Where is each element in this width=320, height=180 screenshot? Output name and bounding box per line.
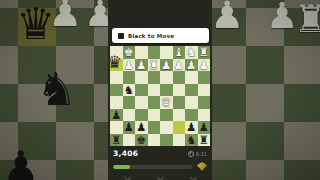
black-knight: ♞ — [123, 84, 136, 97]
black-pawn: ♟ — [185, 121, 198, 134]
square-g3[interactable] — [123, 71, 136, 84]
square-d6[interactable] — [160, 109, 173, 122]
video-frame: ♛♟♟♞♟♟♟♜ Black to Move ♚♝♞♜♛♟♟♜♟♟♟♟♞♛♟♟♟… — [0, 0, 320, 180]
black-knight: ♞ — [185, 134, 198, 147]
square-b1[interactable]: ♞ — [185, 46, 198, 59]
black-rook: ♜ — [110, 134, 123, 147]
square-c8[interactable] — [173, 134, 186, 147]
square-e7[interactable] — [148, 121, 161, 134]
square-d7[interactable] — [160, 121, 173, 134]
square-a3[interactable] — [198, 71, 211, 84]
white-king: ♚ — [123, 46, 136, 59]
white-rook: ♜ — [148, 59, 161, 72]
white-pawn: ♟ — [160, 59, 173, 72]
progress-row — [113, 162, 207, 171]
square-g7[interactable]: ♟ — [123, 121, 136, 134]
white-bishop: ♝ — [173, 46, 186, 59]
square-c3[interactable] — [173, 71, 186, 84]
white-pawn: ♟ — [135, 59, 148, 72]
square-e4[interactable] — [148, 84, 161, 97]
square-g4[interactable]: ♞ — [123, 84, 136, 97]
square-c7[interactable] — [173, 121, 186, 134]
square-a4[interactable] — [198, 84, 211, 97]
chevron-down-icon — [156, 174, 163, 180]
square-d1[interactable] — [160, 46, 173, 59]
stats-row: 3,406 8:11 — [113, 149, 207, 158]
square-c6[interactable] — [173, 109, 186, 122]
square-h8[interactable]: ♜ — [110, 134, 123, 147]
swipe-hint-arrows — [108, 175, 212, 180]
black-square-icon — [118, 33, 124, 39]
square-b3[interactable] — [185, 71, 198, 84]
white-pawn: ♟ — [198, 59, 211, 72]
square-c1[interactable]: ♝ — [173, 46, 186, 59]
square-c4[interactable] — [173, 84, 186, 97]
square-e5[interactable] — [148, 96, 161, 109]
square-b8[interactable]: ♞ — [185, 134, 198, 147]
black-pawn: ♟ — [198, 121, 211, 134]
square-f5[interactable] — [135, 96, 148, 109]
square-h7[interactable] — [110, 121, 123, 134]
black-rook: ♜ — [198, 134, 211, 147]
square-h3[interactable] — [110, 71, 123, 84]
square-e2[interactable]: ♜ — [148, 59, 161, 72]
clock-icon — [188, 151, 194, 157]
square-d8[interactable] — [160, 134, 173, 147]
square-g5[interactable] — [123, 96, 136, 109]
square-d2[interactable]: ♟ — [160, 59, 173, 72]
square-e6[interactable] — [148, 109, 161, 122]
white-pawn: ♟ — [123, 59, 136, 72]
white-rook: ♜ — [198, 46, 211, 59]
puzzle-rating: 3,406 — [113, 149, 138, 158]
white-pawn: ♟ — [185, 59, 198, 72]
square-e8[interactable] — [148, 134, 161, 147]
square-h2[interactable]: ♛ — [110, 59, 123, 72]
square-a1[interactable]: ♜ — [198, 46, 211, 59]
square-g2[interactable]: ♟ — [123, 59, 136, 72]
move-banner: Black to Move — [112, 28, 209, 43]
square-f4[interactable] — [135, 84, 148, 97]
square-f7[interactable]: ♟ — [135, 121, 148, 134]
square-a8[interactable]: ♜ — [198, 134, 211, 147]
white-queen: ♛ — [160, 96, 173, 109]
square-f2[interactable]: ♟ — [135, 59, 148, 72]
black-queen: ♛ — [106, 54, 123, 71]
square-a2[interactable]: ♟ — [198, 59, 211, 72]
square-h4[interactable] — [110, 84, 123, 97]
square-f1[interactable] — [135, 46, 148, 59]
timer-value: 8:11 — [196, 151, 207, 157]
square-c2[interactable]: ♟ — [173, 59, 186, 72]
white-knight: ♞ — [185, 46, 198, 59]
square-b4[interactable] — [185, 84, 198, 97]
square-h6[interactable]: ♟ — [110, 109, 123, 122]
progress-bar — [113, 165, 193, 169]
timer-group: 8:11 — [188, 151, 207, 157]
black-pawn: ♟ — [123, 121, 136, 134]
black-pawn: ♟ — [110, 109, 123, 122]
square-b5[interactable] — [185, 96, 198, 109]
square-f8[interactable]: ♚ — [135, 134, 148, 147]
chevron-down-icon — [189, 174, 196, 180]
white-pawn: ♟ — [173, 59, 186, 72]
square-b2[interactable]: ♟ — [185, 59, 198, 72]
gem-icon[interactable] — [197, 162, 207, 171]
square-g1[interactable]: ♚ — [123, 46, 136, 59]
square-g8[interactable] — [123, 134, 136, 147]
square-e3[interactable] — [148, 71, 161, 84]
chess-board[interactable]: ♚♝♞♜♛♟♟♜♟♟♟♟♞♛♟♟♟♟♟♜♚♞♜ — [110, 46, 210, 146]
square-a5[interactable] — [198, 96, 211, 109]
square-a7[interactable]: ♟ — [198, 121, 211, 134]
black-king: ♚ — [135, 134, 148, 147]
square-e1[interactable] — [148, 46, 161, 59]
chevron-down-icon — [123, 174, 130, 180]
banner-label: Black to Move — [128, 33, 174, 39]
square-b7[interactable]: ♟ — [185, 121, 198, 134]
square-d5[interactable]: ♛ — [160, 96, 173, 109]
black-pawn: ♟ — [135, 121, 148, 134]
puzzle-app-column: Black to Move ♚♝♞♜♛♟♟♜♟♟♟♟♞♛♟♟♟♟♟♜♚♞♜ 3,… — [108, 0, 212, 180]
progress-fill — [113, 165, 130, 169]
square-f3[interactable] — [135, 71, 148, 84]
square-d3[interactable] — [160, 71, 173, 84]
stats-panel: 3,406 8:11 — [108, 146, 212, 180]
square-h5[interactable] — [110, 96, 123, 109]
square-c5[interactable] — [173, 96, 186, 109]
